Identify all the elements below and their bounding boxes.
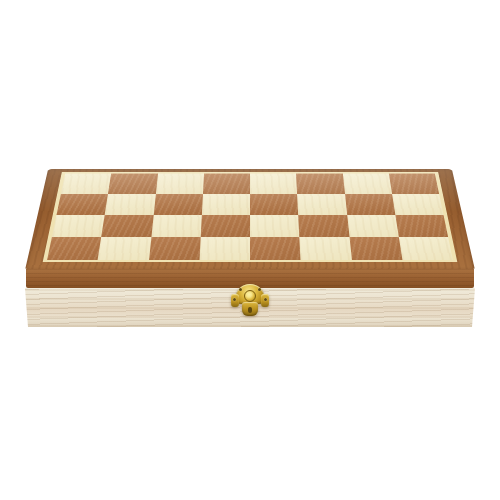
board-square-dark bbox=[200, 215, 250, 237]
board-square-light bbox=[250, 174, 297, 194]
board-square-light bbox=[342, 174, 391, 194]
board-square-dark bbox=[395, 215, 448, 237]
board-border-line bbox=[43, 172, 458, 262]
board-square-dark bbox=[389, 174, 439, 194]
board-square-light bbox=[399, 237, 453, 260]
board-square-light bbox=[297, 194, 346, 215]
clasp-screw bbox=[233, 298, 236, 301]
board-square-dark bbox=[149, 237, 201, 260]
board-square-dark bbox=[349, 237, 402, 260]
board-square-light bbox=[61, 174, 111, 194]
lid-top-surface bbox=[25, 169, 475, 270]
board-square-light bbox=[250, 215, 300, 237]
board-square-dark bbox=[250, 237, 301, 260]
board-square-dark bbox=[298, 215, 349, 237]
board-square-dark bbox=[345, 194, 396, 215]
checkerboard bbox=[47, 174, 453, 261]
brass-clasp bbox=[231, 283, 269, 321]
board-square-light bbox=[300, 237, 352, 260]
board-square-dark bbox=[153, 194, 202, 215]
board-square-dark bbox=[108, 174, 157, 194]
clasp-knob bbox=[244, 290, 256, 302]
board-square-dark bbox=[250, 194, 298, 215]
board-square-dark bbox=[296, 174, 344, 194]
board-square-dark bbox=[101, 215, 153, 237]
board-square-light bbox=[202, 194, 250, 215]
board-square-light bbox=[151, 215, 202, 237]
product-photo bbox=[0, 0, 500, 500]
board-square-dark bbox=[203, 174, 250, 194]
board-square-light bbox=[105, 194, 156, 215]
board-square-light bbox=[347, 215, 399, 237]
board-square-light bbox=[199, 237, 250, 260]
board-square-light bbox=[52, 215, 105, 237]
board-square-light bbox=[392, 194, 444, 215]
board-frame bbox=[25, 169, 475, 270]
board-square-dark bbox=[57, 194, 109, 215]
board-square-light bbox=[98, 237, 151, 260]
board-lid bbox=[25, 45, 475, 270]
clasp-screw bbox=[264, 298, 267, 301]
clasp-keyhole bbox=[248, 307, 252, 313]
board-square-light bbox=[155, 174, 203, 194]
clasp-screw bbox=[239, 288, 242, 291]
board-square-dark bbox=[47, 237, 101, 260]
clasp-screw bbox=[258, 288, 261, 291]
